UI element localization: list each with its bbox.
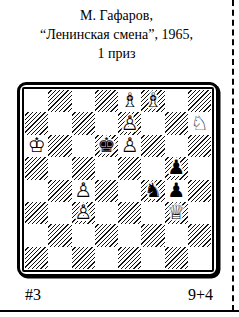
square-d1 [95,247,118,269]
square-h1 [188,247,211,269]
stipulation-label: #3 [25,286,41,304]
piece-white-pawn-c3: ♙ [74,202,92,222]
square-c1 [72,247,95,269]
square-d4 [95,180,118,202]
page-bottom-rule [0,310,239,312]
square-d3 [95,202,118,224]
square-g3: ♕ [165,202,188,224]
piece-white-pawn-e6: ♙ [121,135,139,155]
square-g2 [165,224,188,246]
square-h6 [188,135,211,157]
author-line: М. Гафаров, [0,6,233,25]
square-b6 [48,135,71,157]
square-e5 [118,157,141,179]
square-b8 [48,90,71,112]
page-crop-dashed-right [232,0,234,311]
square-h7: ♘ [188,112,211,134]
square-a1 [25,247,48,269]
piece-white-pawn-e7: ♙ [121,113,139,133]
square-d6: ♚ [95,135,118,157]
square-f2 [141,224,164,246]
piece-white-knight-h7: ♘ [190,113,208,133]
chess-board-grid: ♗♗♙♘♔♚♙♟♙♞♟♙♕ [25,90,211,269]
square-b5 [48,157,71,179]
square-e3 [118,202,141,224]
square-g8 [165,90,188,112]
piece-black-knight-f4: ♞ [144,180,162,200]
puzzle-header: М. Гафаров, “Ленинская смена”, 1965, 1 п… [0,6,233,63]
piece-black-king-d6: ♚ [97,135,115,155]
square-a8 [25,90,48,112]
square-f8: ♗ [141,90,164,112]
square-b2 [48,224,71,246]
square-e4 [118,180,141,202]
square-b3 [48,202,71,224]
chess-board: ♗♗♙♘♔♚♙♟♙♞♟♙♕ [17,82,219,277]
square-c8 [72,90,95,112]
square-c5 [72,157,95,179]
square-g6 [165,135,188,157]
square-g7 [165,112,188,134]
square-e8: ♗ [118,90,141,112]
prize-line: 1 приз [0,44,233,63]
square-h5 [188,157,211,179]
square-g1 [165,247,188,269]
square-d5 [95,157,118,179]
square-h2 [188,224,211,246]
square-f5 [141,157,164,179]
square-a5 [25,157,48,179]
piece-white-pawn-c4: ♙ [74,180,92,200]
source-line: “Ленинская смена”, 1965, [0,25,233,44]
square-a6: ♔ [25,135,48,157]
piece-white-bishop-f8: ♗ [144,90,162,110]
square-h4 [188,180,211,202]
square-b4 [48,180,71,202]
piece-black-pawn-g5: ♟ [167,157,185,177]
piece-black-pawn-g4: ♟ [167,180,185,200]
square-c7 [72,112,95,134]
square-a3 [25,202,48,224]
square-a7 [25,112,48,134]
square-c3: ♙ [72,202,95,224]
square-e6: ♙ [118,135,141,157]
square-e2 [118,224,141,246]
square-c6 [72,135,95,157]
square-b1 [48,247,71,269]
square-f4: ♞ [141,180,164,202]
piece-white-bishop-e8: ♗ [121,90,139,110]
square-h3 [188,202,211,224]
square-d7 [95,112,118,134]
piece-white-king-a6: ♔ [28,135,46,155]
square-f1 [141,247,164,269]
square-g5: ♟ [165,157,188,179]
square-f7 [141,112,164,134]
square-h8 [188,90,211,112]
square-e7: ♙ [118,112,141,134]
square-d2 [95,224,118,246]
square-c2 [72,224,95,246]
square-f6 [141,135,164,157]
square-a4 [25,180,48,202]
square-c4: ♙ [72,180,95,202]
piece-white-queen-g3: ♕ [167,202,185,222]
square-g4: ♟ [165,180,188,202]
page: М. Гафаров, “Ленинская смена”, 1965, 1 п… [0,0,239,317]
square-b7 [48,112,71,134]
chess-board-inner-border: ♗♗♙♘♔♚♙♟♙♞♟♙♕ [22,87,214,272]
caption-row: #3 9+4 [25,286,213,304]
square-f3 [141,202,164,224]
square-e1 [118,247,141,269]
square-d8 [95,90,118,112]
square-a2 [25,224,48,246]
material-count-label: 9+4 [188,286,213,304]
